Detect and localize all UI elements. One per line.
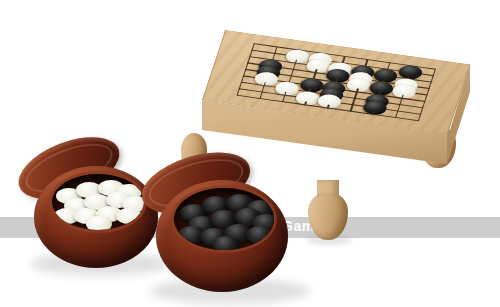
leg-cap <box>317 180 339 196</box>
leg-bulb <box>308 192 348 240</box>
white-bowl-opening <box>52 174 144 230</box>
black-stone-in-bowl <box>212 236 240 250</box>
white-stone-in-bowl <box>86 216 112 230</box>
product-photo-go-set: Game <box>0 0 500 307</box>
board-leg-front <box>308 192 348 240</box>
black-bowl-opening <box>174 188 274 250</box>
